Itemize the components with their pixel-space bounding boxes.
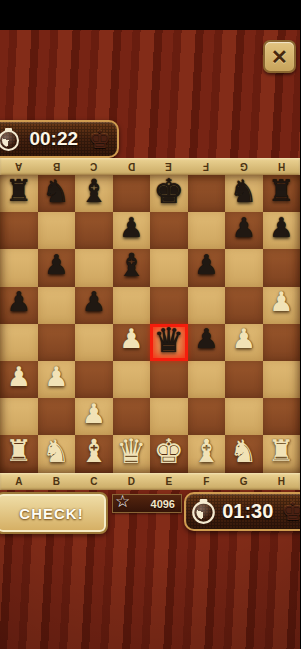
square-a3[interactable]: ♟: [0, 361, 38, 398]
square-c3[interactable]: [75, 361, 113, 398]
square-a5[interactable]: ♟: [0, 287, 38, 324]
file-label-top-d: D: [128, 161, 135, 172]
square-h6[interactable]: [263, 249, 301, 286]
square-a1[interactable]: ♜: [0, 435, 38, 472]
square-e8[interactable]: ♚: [150, 175, 188, 212]
square-b5[interactable]: [38, 287, 76, 324]
file-label-bottom-h: H: [278, 476, 285, 487]
piece-black-rook[interactable]: ♜: [268, 176, 295, 206]
black-king-icon: ♚: [89, 127, 111, 152]
piece-black-rook[interactable]: ♜: [5, 176, 32, 206]
square-f1[interactable]: ♝: [188, 435, 226, 472]
status-bar: [0, 0, 300, 30]
piece-black-pawn[interactable]: ♟: [44, 252, 68, 279]
piece-black-queen[interactable]: ♛: [154, 323, 184, 357]
square-d7[interactable]: ♟: [113, 212, 151, 249]
piece-black-pawn[interactable]: ♟: [119, 215, 143, 242]
square-e2[interactable]: [150, 398, 188, 435]
piece-black-pawn[interactable]: ♟: [7, 289, 31, 316]
square-e6[interactable]: [150, 249, 188, 286]
piece-black-pawn[interactable]: ♟: [194, 326, 218, 353]
square-g5[interactable]: [225, 287, 263, 324]
square-g8[interactable]: ♞: [225, 175, 263, 212]
square-a8[interactable]: ♜: [0, 175, 38, 212]
square-f4[interactable]: ♟: [188, 324, 226, 361]
square-f3[interactable]: [188, 361, 226, 398]
piece-white-pawn[interactable]: ♟: [232, 326, 256, 353]
square-e5[interactable]: [150, 287, 188, 324]
chess-app-screen: ✕ 00:22 ♚ ABCDEFGH ♜♞♝♚♞♜♟♟♟♟♝♟♟♟♟♟♛♟♟♟♟…: [0, 0, 300, 649]
file-label-bottom-g: G: [240, 476, 248, 487]
piece-white-queen[interactable]: ♛: [116, 434, 146, 468]
square-f6[interactable]: ♟: [188, 249, 226, 286]
square-b6[interactable]: ♟: [38, 249, 76, 286]
square-b3[interactable]: ♟: [38, 361, 76, 398]
square-h1[interactable]: ♜: [263, 435, 301, 472]
piece-black-king[interactable]: ♚: [154, 174, 184, 208]
piece-white-bishop[interactable]: ♝: [79, 435, 108, 467]
piece-white-knight[interactable]: ♞: [42, 436, 70, 467]
square-a6[interactable]: [0, 249, 38, 286]
square-d8[interactable]: [113, 175, 151, 212]
square-d4[interactable]: ♟: [113, 324, 151, 361]
black-clock-time: 00:22: [19, 128, 89, 150]
piece-black-knight[interactable]: ♞: [42, 176, 70, 207]
square-f5[interactable]: [188, 287, 226, 324]
square-c7[interactable]: [75, 212, 113, 249]
square-c4[interactable]: [75, 324, 113, 361]
check-label: CHECK!: [19, 505, 83, 522]
square-c8[interactable]: ♝: [75, 175, 113, 212]
square-c5[interactable]: ♟: [75, 287, 113, 324]
square-a7[interactable]: [0, 212, 38, 249]
file-label-bottom-a: A: [15, 476, 22, 487]
stopwatch-icon: [0, 128, 19, 151]
score-bar: ☆ 4096: [112, 494, 182, 513]
square-c6[interactable]: [75, 249, 113, 286]
piece-black-bishop[interactable]: ♝: [79, 175, 108, 207]
square-g7[interactable]: ♟: [225, 212, 263, 249]
piece-white-rook[interactable]: ♜: [5, 436, 32, 466]
square-b2[interactable]: [38, 398, 76, 435]
square-h5[interactable]: ♟: [263, 287, 301, 324]
square-e7[interactable]: [150, 212, 188, 249]
white-clock: 01:30 ♚: [184, 492, 300, 531]
white-clock-time: 01:30: [214, 500, 282, 523]
square-c2[interactable]: ♟: [75, 398, 113, 435]
file-label-top-f: F: [203, 161, 209, 172]
piece-black-pawn[interactable]: ♟: [82, 289, 106, 316]
piece-black-bishop[interactable]: ♝: [117, 249, 146, 281]
square-d5[interactable]: [113, 287, 151, 324]
piece-white-bishop[interactable]: ♝: [192, 435, 221, 467]
square-h4[interactable]: [263, 324, 301, 361]
piece-white-pawn[interactable]: ♟: [269, 289, 293, 316]
square-h8[interactable]: ♜: [263, 175, 301, 212]
square-d2[interactable]: [113, 398, 151, 435]
square-f7[interactable]: [188, 212, 226, 249]
square-e3[interactable]: [150, 361, 188, 398]
file-label-bottom-e: E: [165, 476, 172, 487]
piece-white-pawn[interactable]: ♟: [119, 326, 143, 353]
file-labels-top: ABCDEFGH: [0, 158, 300, 175]
piece-black-pawn[interactable]: ♟: [194, 252, 218, 279]
piece-white-pawn[interactable]: ♟: [44, 364, 68, 391]
square-d6[interactable]: ♝: [113, 249, 151, 286]
file-label-top-b: B: [53, 161, 60, 172]
stopwatch-icon: [192, 499, 215, 524]
star-icon: ☆: [115, 493, 130, 510]
square-g6[interactable]: [225, 249, 263, 286]
piece-black-pawn[interactable]: ♟: [232, 215, 256, 242]
file-label-top-e: E: [165, 161, 172, 172]
square-a2[interactable]: [0, 398, 38, 435]
square-g1[interactable]: ♞: [225, 435, 263, 472]
square-f8[interactable]: [188, 175, 226, 212]
piece-black-pawn[interactable]: ♟: [269, 215, 293, 242]
white-king-icon: ♚: [282, 499, 300, 524]
square-h7[interactable]: ♟: [263, 212, 301, 249]
file-label-top-c: C: [90, 161, 97, 172]
piece-white-pawn[interactable]: ♟: [7, 364, 31, 391]
square-f2[interactable]: [188, 398, 226, 435]
file-labels-bottom: ABCDEFGH: [0, 473, 300, 490]
close-button[interactable]: ✕: [263, 40, 296, 73]
file-label-top-g: G: [240, 161, 248, 172]
piece-white-knight[interactable]: ♞: [230, 436, 258, 467]
check-button[interactable]: CHECK!: [0, 492, 108, 534]
square-d1[interactable]: ♛: [113, 435, 151, 472]
square-c1[interactable]: ♝: [75, 435, 113, 472]
square-e4[interactable]: ♛: [150, 324, 188, 361]
square-g2[interactable]: [225, 398, 263, 435]
piece-white-rook[interactable]: ♜: [268, 436, 295, 466]
black-clock: 00:22 ♚: [0, 120, 119, 158]
file-label-top-h: H: [278, 161, 285, 172]
square-g3[interactable]: [225, 361, 263, 398]
chess-board: ABCDEFGH ♜♞♝♚♞♜♟♟♟♟♝♟♟♟♟♟♛♟♟♟♟♟♜♞♝♛♚♝♞♜ …: [0, 158, 300, 490]
square-e1[interactable]: ♚: [150, 435, 188, 472]
square-g4[interactable]: ♟: [225, 324, 263, 361]
close-icon: ✕: [271, 45, 288, 69]
square-b7[interactable]: [38, 212, 76, 249]
board-squares: ♜♞♝♚♞♜♟♟♟♟♝♟♟♟♟♟♛♟♟♟♟♟♜♞♝♛♚♝♞♜: [0, 175, 300, 473]
file-label-bottom-d: D: [128, 476, 135, 487]
square-a4[interactable]: [0, 324, 38, 361]
square-d3[interactable]: [113, 361, 151, 398]
square-b1[interactable]: ♞: [38, 435, 76, 472]
square-h3[interactable]: [263, 361, 301, 398]
piece-white-king[interactable]: ♚: [154, 434, 184, 468]
square-h2[interactable]: [263, 398, 301, 435]
file-label-bottom-f: F: [203, 476, 209, 487]
file-label-top-a: A: [15, 161, 22, 172]
square-b4[interactable]: [38, 324, 76, 361]
file-label-bottom-b: B: [53, 476, 60, 487]
piece-white-pawn[interactable]: ♟: [82, 401, 106, 428]
piece-black-knight[interactable]: ♞: [230, 176, 258, 207]
file-label-bottom-c: C: [90, 476, 97, 487]
square-b8[interactable]: ♞: [38, 175, 76, 212]
